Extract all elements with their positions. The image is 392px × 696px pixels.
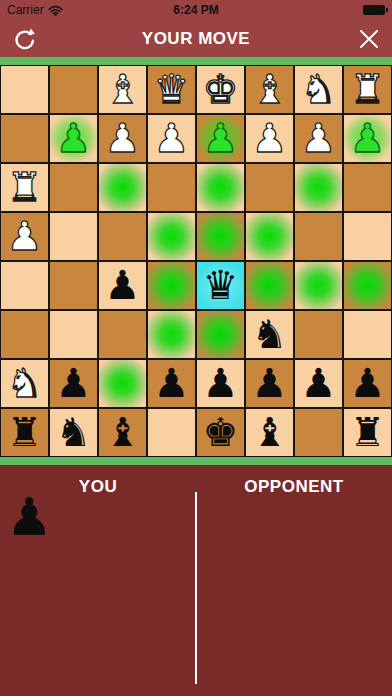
square-a5[interactable] xyxy=(0,261,49,310)
square-c5[interactable]: ♟ xyxy=(98,261,147,310)
white-pawn: ♟ xyxy=(350,118,386,158)
square-g3[interactable] xyxy=(294,163,343,212)
square-e3[interactable] xyxy=(196,163,245,212)
captured-pieces-tray: YOU OPPONENT ♟ xyxy=(0,465,392,696)
square-f3[interactable] xyxy=(245,163,294,212)
square-h1[interactable]: ♜ xyxy=(343,65,392,114)
square-h7[interactable]: ♟ xyxy=(343,359,392,408)
black-king: ♚ xyxy=(203,412,239,452)
black-queen: ♛ xyxy=(203,265,239,305)
black-pawn: ♟ xyxy=(203,363,239,403)
square-f5[interactable] xyxy=(245,261,294,310)
square-b4[interactable] xyxy=(49,212,98,261)
close-icon xyxy=(358,28,380,50)
square-a7[interactable]: ♞ xyxy=(0,359,49,408)
black-knight: ♞ xyxy=(252,314,288,354)
square-b6[interactable] xyxy=(49,310,98,359)
square-h6[interactable] xyxy=(343,310,392,359)
square-b5[interactable] xyxy=(49,261,98,310)
board-frame-top xyxy=(0,57,392,65)
square-a3[interactable]: ♜ xyxy=(0,163,49,212)
white-pawn: ♟ xyxy=(154,118,190,158)
square-g1[interactable]: ♞ xyxy=(294,65,343,114)
white-king: ♚ xyxy=(203,69,239,109)
square-f2[interactable]: ♟ xyxy=(245,114,294,163)
square-e5[interactable]: ♛ xyxy=(196,261,245,310)
square-h4[interactable] xyxy=(343,212,392,261)
black-pawn: ♟ xyxy=(154,363,190,403)
white-pawn: ♟ xyxy=(252,118,288,158)
board-frame-bottom xyxy=(0,457,392,465)
square-g7[interactable]: ♟ xyxy=(294,359,343,408)
square-c3[interactable] xyxy=(98,163,147,212)
square-d5[interactable] xyxy=(147,261,196,310)
square-a8[interactable]: ♜ xyxy=(0,408,49,457)
refresh-icon xyxy=(12,26,38,52)
black-pawn: ♟ xyxy=(301,363,337,403)
close-button[interactable] xyxy=(358,28,380,50)
square-g6[interactable] xyxy=(294,310,343,359)
square-d1[interactable]: ♛ xyxy=(147,65,196,114)
square-g2[interactable]: ♟ xyxy=(294,114,343,163)
square-g8[interactable] xyxy=(294,408,343,457)
white-pawn: ♟ xyxy=(7,216,43,256)
square-e2[interactable]: ♟ xyxy=(196,114,245,163)
square-a2[interactable] xyxy=(0,114,49,163)
black-pawn: ♟ xyxy=(350,363,386,403)
square-b7[interactable]: ♟ xyxy=(49,359,98,408)
square-c7[interactable] xyxy=(98,359,147,408)
square-a4[interactable]: ♟ xyxy=(0,212,49,261)
status-bar: Carrier 6:24 PM xyxy=(0,0,392,20)
chess-board: ♝♛♚♝♞♜♟♟♟♟♟♟♟♜♟♟♛♞♞♟♟♟♟♟♟♜♞♝♚♝♜ xyxy=(0,65,392,457)
white-bishop: ♝ xyxy=(105,69,141,109)
white-pawn: ♟ xyxy=(56,118,92,158)
square-g4[interactable] xyxy=(294,212,343,261)
black-pawn: ♟ xyxy=(56,363,92,403)
black-knight: ♞ xyxy=(56,412,92,452)
white-rook: ♜ xyxy=(350,69,386,109)
square-d3[interactable] xyxy=(147,163,196,212)
white-rook: ♜ xyxy=(7,167,43,207)
white-knight: ♞ xyxy=(301,69,337,109)
square-h5[interactable] xyxy=(343,261,392,310)
square-c4[interactable] xyxy=(98,212,147,261)
square-f7[interactable]: ♟ xyxy=(245,359,294,408)
white-pawn: ♟ xyxy=(105,118,141,158)
square-g5[interactable] xyxy=(294,261,343,310)
white-bishop: ♝ xyxy=(252,69,288,109)
square-c2[interactable]: ♟ xyxy=(98,114,147,163)
square-e4[interactable] xyxy=(196,212,245,261)
square-a1[interactable] xyxy=(0,65,49,114)
tray-label-opponent: OPPONENT xyxy=(196,477,392,497)
square-c8[interactable]: ♝ xyxy=(98,408,147,457)
white-queen: ♛ xyxy=(154,69,190,109)
refresh-button[interactable] xyxy=(12,26,38,52)
square-b3[interactable] xyxy=(49,163,98,212)
square-h2[interactable]: ♟ xyxy=(343,114,392,163)
square-h8[interactable]: ♜ xyxy=(343,408,392,457)
square-d8[interactable] xyxy=(147,408,196,457)
black-pawn: ♟ xyxy=(252,363,288,403)
square-e7[interactable]: ♟ xyxy=(196,359,245,408)
square-b2[interactable]: ♟ xyxy=(49,114,98,163)
battery-icon xyxy=(363,5,385,15)
square-d6[interactable] xyxy=(147,310,196,359)
nav-bar: YOUR MOVE xyxy=(0,20,392,57)
tray-captured-you: ♟ xyxy=(6,491,190,543)
square-b1[interactable] xyxy=(49,65,98,114)
square-f4[interactable] xyxy=(245,212,294,261)
square-f6[interactable]: ♞ xyxy=(245,310,294,359)
square-e6[interactable] xyxy=(196,310,245,359)
page-title: YOUR MOVE xyxy=(0,29,392,49)
square-f8[interactable]: ♝ xyxy=(245,408,294,457)
black-rook: ♜ xyxy=(350,412,386,452)
black-pawn: ♟ xyxy=(105,265,141,305)
square-b8[interactable]: ♞ xyxy=(49,408,98,457)
square-c6[interactable] xyxy=(98,310,147,359)
square-d4[interactable] xyxy=(147,212,196,261)
black-bishop: ♝ xyxy=(105,412,141,452)
square-d7[interactable]: ♟ xyxy=(147,359,196,408)
black-bishop: ♝ xyxy=(252,412,288,452)
white-pawn: ♟ xyxy=(301,118,337,158)
square-h3[interactable] xyxy=(343,163,392,212)
square-f1[interactable]: ♝ xyxy=(245,65,294,114)
white-pawn: ♟ xyxy=(203,118,239,158)
square-c1[interactable]: ♝ xyxy=(98,65,147,114)
white-knight: ♞ xyxy=(7,363,43,403)
tray-divider xyxy=(195,492,197,684)
app-window: Carrier 6:24 PM YOUR MOVE xyxy=(0,0,392,696)
captured-black-pawn: ♟ xyxy=(6,491,53,543)
square-e1[interactable]: ♚ xyxy=(196,65,245,114)
square-e8[interactable]: ♚ xyxy=(196,408,245,457)
square-a6[interactable] xyxy=(0,310,49,359)
black-rook: ♜ xyxy=(7,412,43,452)
square-d2[interactable]: ♟ xyxy=(147,114,196,163)
clock: 6:24 PM xyxy=(0,3,392,17)
